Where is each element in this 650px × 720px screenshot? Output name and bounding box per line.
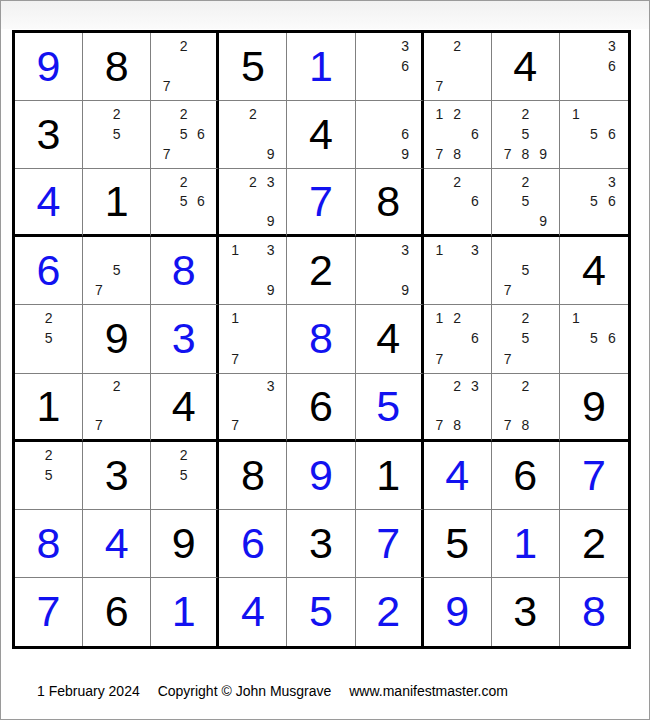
cell-r2c6[interactable]: 69 (356, 101, 424, 169)
pencil-mark: 9 (534, 214, 552, 228)
pencil-mark: 2 (516, 379, 534, 393)
footer-date: 1 February 2024 (37, 683, 140, 699)
pencil-mark: 1 (567, 107, 585, 121)
cell-r2c1[interactable]: 3 (15, 101, 83, 169)
cell-r2c7[interactable]: 12678 (424, 101, 492, 169)
pencil-mark: 5 (40, 331, 58, 345)
pencil-mark: 5 (516, 263, 534, 277)
cell-value: 2 (309, 249, 333, 292)
pencil-mark: 6 (192, 194, 209, 208)
cell-r8c4[interactable]: 6 (219, 510, 287, 578)
pencil-mark: 5 (40, 468, 58, 482)
pencil-mark: 7 (431, 352, 449, 366)
cell-value: 4 (37, 180, 61, 223)
pencil-mark: 7 (431, 147, 449, 161)
pencil-mark: 6 (603, 127, 621, 141)
cell-r9c1[interactable]: 7 (15, 578, 83, 646)
cell-value: 9 (445, 590, 469, 633)
cell-value: 4 (241, 590, 265, 633)
pencil-mark: 2 (448, 39, 466, 53)
cell-r7c3[interactable]: 25 (151, 442, 219, 510)
pencil-mark: 9 (534, 147, 552, 161)
cell-r8c1[interactable]: 8 (15, 510, 83, 578)
cell-value: 8 (309, 317, 333, 360)
cell-r8c5[interactable]: 3 (287, 510, 355, 578)
pencil-mark: 5 (585, 331, 603, 345)
pencil-mark: 6 (603, 59, 621, 73)
cell-value: 8 (241, 454, 265, 497)
cell-r2c4[interactable]: 29 (219, 101, 287, 169)
pencil-mark: 3 (603, 175, 621, 189)
cell-r8c2[interactable]: 4 (83, 510, 151, 578)
cell-value: 6 (241, 522, 265, 565)
cell-r3c2[interactable]: 1 (83, 169, 151, 237)
pencil-mark: 1 (431, 311, 449, 325)
cell-r5c8[interactable]: 257 (492, 305, 560, 373)
cell-r1c7[interactable]: 27 (424, 33, 492, 101)
cell-r3c1[interactable]: 4 (15, 169, 83, 237)
cell-r3c4[interactable]: 239 (219, 169, 287, 237)
cell-value: 1 (309, 45, 333, 88)
cell-r1c4[interactable]: 5 (219, 33, 287, 101)
pencil-mark: 9 (262, 147, 280, 161)
cell-r5c4[interactable]: 17 (219, 305, 287, 373)
cell-r6c6[interactable]: 5 (356, 374, 424, 442)
cell-r9c8[interactable]: 3 (492, 578, 560, 646)
pencil-mark: 6 (397, 59, 414, 73)
pencil-mark: 8 (516, 418, 534, 432)
cell-value: 9 (37, 45, 61, 88)
pencil-mark: 5 (175, 468, 192, 482)
pencil-mark: 7 (226, 352, 244, 366)
cell-value: 1 (376, 454, 400, 497)
cell-value: 4 (582, 249, 606, 292)
pencil-mark: 7 (431, 418, 449, 432)
cell-value: 9 (105, 317, 129, 360)
cell-r7c2[interactable]: 3 (83, 442, 151, 510)
pencil-mark: 7 (499, 283, 517, 297)
cell-r6c5[interactable]: 6 (287, 374, 355, 442)
pencil-mark: 5 (175, 127, 192, 141)
cell-value: 6 (37, 249, 61, 292)
cell-r2c9[interactable]: 156 (560, 101, 628, 169)
cell-r3c3[interactable]: 256 (151, 169, 219, 237)
cell-r8c7[interactable]: 5 (424, 510, 492, 578)
cell-r7c9[interactable]: 7 (560, 442, 628, 510)
cell-r5c5[interactable]: 8 (287, 305, 355, 373)
pencil-mark: 3 (262, 175, 280, 189)
cell-r5c9[interactable]: 156 (560, 305, 628, 373)
cell-r2c3[interactable]: 2567 (151, 101, 219, 169)
cell-r9c9[interactable]: 8 (560, 578, 628, 646)
cell-r4c1[interactable]: 6 (15, 237, 83, 305)
pencil-mark: 6 (397, 127, 414, 141)
cell-r7c1[interactable]: 25 (15, 442, 83, 510)
pencil-mark: 7 (499, 418, 517, 432)
pencil-mark: 2 (244, 175, 262, 189)
cell-r4c7[interactable]: 13 (424, 237, 492, 305)
pencil-mark: 3 (466, 379, 484, 393)
cell-r8c3[interactable]: 9 (151, 510, 219, 578)
cell-r7c8[interactable]: 6 (492, 442, 560, 510)
cell-r2c8[interactable]: 25789 (492, 101, 560, 169)
cell-value: 3 (513, 590, 537, 633)
pencil-mark: 1 (567, 311, 585, 325)
pencil-mark: 6 (603, 331, 621, 345)
pencil-mark: 5 (108, 127, 126, 141)
cell-r8c9[interactable]: 2 (560, 510, 628, 578)
cell-value: 5 (241, 45, 265, 88)
pencil-mark: 2 (175, 175, 192, 189)
sudoku-page: 9827513627436325256729469126782578915641… (0, 0, 650, 720)
cell-r8c6[interactable]: 7 (356, 510, 424, 578)
footer-website: www.manifestmaster.com (349, 683, 508, 699)
pencil-mark: 1 (226, 243, 244, 257)
cell-r6c2[interactable]: 27 (83, 374, 151, 442)
pencil-mark: 6 (192, 127, 209, 141)
pencil-mark: 2 (516, 311, 534, 325)
pencil-mark: 7 (431, 79, 449, 93)
pencil-mark: 6 (466, 194, 484, 208)
pencil-mark: 7 (90, 283, 108, 297)
pencil-mark: 5 (175, 194, 192, 208)
cell-value: 2 (582, 522, 606, 565)
pencil-mark: 9 (397, 283, 414, 297)
cell-r1c9[interactable]: 36 (560, 33, 628, 101)
cell-r3c8[interactable]: 259 (492, 169, 560, 237)
cell-r9c5[interactable]: 5 (287, 578, 355, 646)
cell-r1c3[interactable]: 27 (151, 33, 219, 101)
pencil-mark: 6 (603, 194, 621, 208)
cell-r5c7[interactable]: 1267 (424, 305, 492, 373)
pencil-mark: 6 (466, 127, 484, 141)
cell-value: 8 (376, 180, 400, 223)
cell-value: 3 (309, 522, 333, 565)
pencil-mark: 7 (158, 79, 175, 93)
pencil-mark: 7 (499, 352, 517, 366)
cell-r3c6[interactable]: 8 (356, 169, 424, 237)
pencil-mark: 7 (226, 418, 244, 432)
cell-r6c4[interactable]: 37 (219, 374, 287, 442)
cell-r9c3[interactable]: 1 (151, 578, 219, 646)
cell-r5c3[interactable]: 3 (151, 305, 219, 373)
cell-r6c3[interactable]: 4 (151, 374, 219, 442)
pencil-mark: 9 (262, 214, 280, 228)
pencil-mark: 2 (175, 39, 192, 53)
cell-r4c5[interactable]: 2 (287, 237, 355, 305)
pencil-mark: 3 (397, 243, 414, 257)
pencil-mark: 2 (448, 379, 466, 393)
pencil-mark: 2 (40, 448, 58, 462)
cell-r1c2[interactable]: 8 (83, 33, 151, 101)
pencil-mark: 7 (499, 147, 517, 161)
cell-value: 8 (105, 45, 129, 88)
cell-value: 8 (172, 249, 196, 292)
cell-value: 3 (172, 317, 196, 360)
pencil-mark: 7 (90, 418, 108, 432)
cell-value: 1 (105, 180, 129, 223)
cell-value: 9 (172, 522, 196, 565)
pencil-mark: 7 (158, 147, 175, 161)
footer: 1 February 2024 Copyright © John Musgrav… (37, 683, 508, 699)
cell-value: 7 (376, 522, 400, 565)
pencil-mark: 9 (262, 283, 280, 297)
pencil-mark: 3 (603, 39, 621, 53)
pencil-mark: 2 (448, 175, 466, 189)
cell-r4c3[interactable]: 8 (151, 237, 219, 305)
cell-value: 5 (445, 522, 469, 565)
pencil-mark: 1 (431, 107, 449, 121)
cell-r7c6[interactable]: 1 (356, 442, 424, 510)
cell-r9c7[interactable]: 9 (424, 578, 492, 646)
cell-r6c8[interactable]: 278 (492, 374, 560, 442)
cell-value: 5 (376, 385, 400, 428)
cell-r4c8[interactable]: 57 (492, 237, 560, 305)
cell-r1c1[interactable]: 9 (15, 33, 83, 101)
pencil-mark: 5 (108, 263, 126, 277)
cell-value: 6 (309, 385, 333, 428)
pencil-mark: 8 (516, 147, 534, 161)
pencil-mark: 2 (244, 107, 262, 121)
pencil-mark: 2 (175, 107, 192, 121)
pencil-mark: 5 (516, 331, 534, 345)
pencil-mark: 2 (448, 311, 466, 325)
cell-value: 1 (513, 522, 537, 565)
cell-r4c4[interactable]: 139 (219, 237, 287, 305)
pencil-mark: 3 (262, 379, 280, 393)
pencil-mark: 3 (466, 243, 484, 257)
cell-r4c2[interactable]: 57 (83, 237, 151, 305)
cell-value: 7 (582, 454, 606, 497)
pencil-mark: 5 (585, 194, 603, 208)
cell-r3c9[interactable]: 356 (560, 169, 628, 237)
cell-value: 4 (105, 522, 129, 565)
cell-value: 6 (513, 454, 537, 497)
cell-r8c8[interactable]: 1 (492, 510, 560, 578)
pencil-mark: 2 (516, 107, 534, 121)
cell-value: 9 (582, 385, 606, 428)
cell-r6c1[interactable]: 1 (15, 374, 83, 442)
pencil-mark: 9 (397, 147, 414, 161)
cell-value: 4 (172, 385, 196, 428)
cell-r1c5[interactable]: 1 (287, 33, 355, 101)
cell-r6c9[interactable]: 9 (560, 374, 628, 442)
cell-r4c9[interactable]: 4 (560, 237, 628, 305)
cell-value: 4 (513, 45, 537, 88)
footer-copyright: Copyright © John Musgrave (158, 683, 332, 699)
pencil-mark: 2 (448, 107, 466, 121)
cell-value: 9 (309, 454, 333, 497)
pencil-mark: 3 (262, 243, 280, 257)
cell-value: 8 (582, 590, 606, 633)
cell-r3c5[interactable]: 7 (287, 169, 355, 237)
cell-r2c2[interactable]: 25 (83, 101, 151, 169)
cell-r9c2[interactable]: 6 (83, 578, 151, 646)
pencil-mark: 3 (397, 39, 414, 53)
cell-r1c6[interactable]: 36 (356, 33, 424, 101)
cell-value: 6 (105, 590, 129, 633)
cell-value: 4 (309, 113, 333, 156)
pencil-mark: 8 (448, 147, 466, 161)
cell-value: 4 (445, 454, 469, 497)
cell-value: 8 (37, 522, 61, 565)
pencil-mark: 5 (585, 127, 603, 141)
pencil-mark: 5 (516, 194, 534, 208)
pencil-mark: 1 (431, 243, 449, 257)
cell-value: 3 (105, 454, 129, 497)
cell-r6c7[interactable]: 2378 (424, 374, 492, 442)
cell-r9c6[interactable]: 2 (356, 578, 424, 646)
cell-r7c5[interactable]: 9 (287, 442, 355, 510)
cell-r1c8[interactable]: 4 (492, 33, 560, 101)
cell-r4c6[interactable]: 39 (356, 237, 424, 305)
sudoku-board: 9827513627436325256729469126782578915641… (12, 30, 631, 649)
cell-r9c4[interactable]: 4 (219, 578, 287, 646)
pencil-mark: 6 (466, 331, 484, 345)
cell-r5c1[interactable]: 25 (15, 305, 83, 373)
cell-value: 2 (376, 590, 400, 633)
pencil-mark: 1 (226, 311, 244, 325)
cell-r7c4[interactable]: 8 (219, 442, 287, 510)
pencil-mark: 5 (516, 127, 534, 141)
pencil-mark: 2 (175, 448, 192, 462)
cell-r5c6[interactable]: 4 (356, 305, 424, 373)
pencil-mark: 2 (108, 107, 126, 121)
cell-r7c7[interactable]: 4 (424, 442, 492, 510)
cell-r3c7[interactable]: 26 (424, 169, 492, 237)
cell-r2c5[interactable]: 4 (287, 101, 355, 169)
cell-value: 1 (37, 385, 61, 428)
cell-value: 4 (376, 317, 400, 360)
cell-value: 7 (309, 180, 333, 223)
cell-r5c2[interactable]: 9 (83, 305, 151, 373)
cell-value: 7 (37, 590, 61, 633)
cell-value: 3 (37, 113, 61, 156)
pencil-mark: 2 (516, 175, 534, 189)
top-band (1, 1, 649, 29)
pencil-mark: 2 (108, 379, 126, 393)
cell-value: 1 (172, 590, 196, 633)
pencil-mark: 2 (40, 311, 58, 325)
pencil-mark: 8 (448, 418, 466, 432)
cell-value: 5 (309, 590, 333, 633)
